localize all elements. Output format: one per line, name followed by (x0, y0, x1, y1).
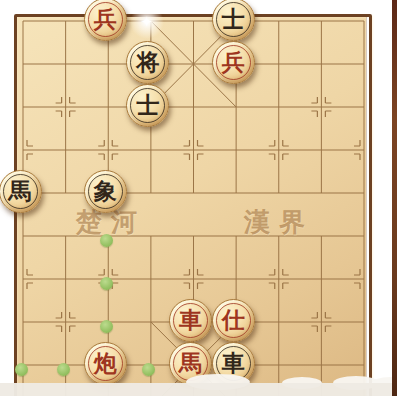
piece-glyph: 車 (222, 351, 245, 374)
piece-black-elephant[interactable]: 象 (84, 170, 127, 213)
piece-glyph: 兵 (222, 50, 245, 73)
piece-glyph: 馬 (179, 351, 202, 374)
bottom-overlay-band (0, 383, 397, 396)
piece-red-advisor[interactable]: 仕 (212, 299, 255, 342)
move-hint-dot[interactable] (100, 320, 113, 333)
piece-red-cannon[interactable]: 炮 (84, 342, 127, 385)
piece-black-advisor[interactable]: 士 (212, 0, 255, 41)
piece-glyph: 馬 (9, 179, 32, 202)
move-hint-dot[interactable] (57, 363, 70, 376)
piece-glyph: 仕 (222, 308, 245, 331)
piece-black-horse[interactable]: 馬 (0, 170, 42, 213)
piece-red-soldier[interactable]: 兵 (212, 41, 255, 84)
piece-glyph: 兵 (94, 7, 117, 30)
move-hint-dot[interactable] (100, 234, 113, 247)
piece-red-soldier[interactable]: 兵 (84, 0, 127, 41)
piece-black-general[interactable]: 将 (126, 41, 169, 84)
piece-glyph: 士 (222, 7, 245, 30)
move-hint-dot[interactable] (15, 363, 28, 376)
move-hint-dot[interactable] (100, 277, 113, 290)
river-label-right: 漢界 (244, 205, 314, 240)
piece-glyph: 士 (136, 93, 159, 116)
last-move-sparkle-icon: ✦ (130, 5, 164, 39)
screen-edge-strip (392, 0, 397, 396)
piece-glyph: 車 (179, 308, 202, 331)
piece-red-chariot[interactable]: 車 (169, 299, 212, 342)
piece-glyph: 炮 (94, 351, 117, 374)
move-hint-dot[interactable] (142, 363, 155, 376)
piece-glyph: 将 (136, 50, 159, 73)
piece-glyph: 象 (94, 179, 117, 202)
xiangqi-board-screen: 楚河 漢界 兵士将兵士馬象車仕炮馬車 ✦ (0, 0, 397, 396)
piece-black-advisor[interactable]: 士 (126, 84, 169, 127)
sparkle-star: ✦ (141, 13, 154, 31)
